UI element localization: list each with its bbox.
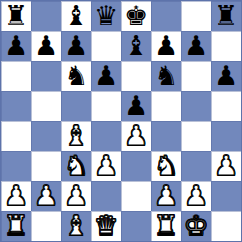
square-d1[interactable]: ♛ bbox=[91, 211, 121, 241]
square-g5[interactable] bbox=[181, 91, 211, 121]
piece-white-pawn: ♟ bbox=[34, 182, 58, 209]
piece-black-queen: ♛ bbox=[94, 2, 118, 29]
square-d4[interactable] bbox=[91, 121, 121, 151]
square-c4[interactable]: ♝ bbox=[61, 121, 91, 151]
square-b5[interactable] bbox=[31, 91, 61, 121]
square-e6[interactable] bbox=[121, 61, 151, 91]
square-h4[interactable] bbox=[211, 121, 241, 151]
piece-black-pawn: ♟ bbox=[64, 32, 88, 59]
square-h5[interactable] bbox=[211, 91, 241, 121]
square-a6[interactable] bbox=[1, 61, 31, 91]
piece-black-rook: ♜ bbox=[4, 2, 28, 29]
square-g7[interactable]: ♟ bbox=[181, 31, 211, 61]
piece-black-knight: ♞ bbox=[64, 62, 88, 89]
piece-black-bishop: ♝ bbox=[124, 32, 148, 59]
chess-board: ♜♝♛♚♜♟♟♟♝♟♟♞♟♞♟♟♝♟♞♟♞♟♟♟♟♟♟♜♝♛♜♚ bbox=[0, 0, 242, 242]
square-d8[interactable]: ♛ bbox=[91, 1, 121, 31]
square-e4[interactable]: ♟ bbox=[121, 121, 151, 151]
square-b2[interactable]: ♟ bbox=[31, 181, 61, 211]
piece-white-knight: ♞ bbox=[154, 152, 178, 179]
square-b1[interactable] bbox=[31, 211, 61, 241]
piece-white-rook: ♜ bbox=[4, 212, 28, 239]
square-a8[interactable]: ♜ bbox=[1, 1, 31, 31]
square-c6[interactable]: ♞ bbox=[61, 61, 91, 91]
square-a2[interactable]: ♟ bbox=[1, 181, 31, 211]
square-a3[interactable] bbox=[1, 151, 31, 181]
square-g3[interactable] bbox=[181, 151, 211, 181]
square-c3[interactable]: ♞ bbox=[61, 151, 91, 181]
square-d5[interactable] bbox=[91, 91, 121, 121]
square-a4[interactable] bbox=[1, 121, 31, 151]
square-g6[interactable] bbox=[181, 61, 211, 91]
square-f5[interactable] bbox=[151, 91, 181, 121]
square-c1[interactable]: ♝ bbox=[61, 211, 91, 241]
piece-white-bishop: ♝ bbox=[64, 122, 88, 149]
square-b6[interactable] bbox=[31, 61, 61, 91]
square-e2[interactable] bbox=[121, 181, 151, 211]
square-c8[interactable]: ♝ bbox=[61, 1, 91, 31]
piece-black-pawn: ♟ bbox=[154, 32, 178, 59]
square-h2[interactable] bbox=[211, 181, 241, 211]
square-f4[interactable] bbox=[151, 121, 181, 151]
piece-white-pawn: ♟ bbox=[184, 182, 208, 209]
piece-white-pawn: ♟ bbox=[124, 122, 148, 149]
square-g8[interactable] bbox=[181, 1, 211, 31]
square-g2[interactable]: ♟ bbox=[181, 181, 211, 211]
square-f2[interactable]: ♟ bbox=[151, 181, 181, 211]
piece-black-pawn: ♟ bbox=[214, 62, 238, 89]
square-b7[interactable]: ♟ bbox=[31, 31, 61, 61]
square-h7[interactable] bbox=[211, 31, 241, 61]
square-h8[interactable]: ♜ bbox=[211, 1, 241, 31]
square-d2[interactable] bbox=[91, 181, 121, 211]
square-e1[interactable] bbox=[121, 211, 151, 241]
square-d6[interactable]: ♟ bbox=[91, 61, 121, 91]
piece-black-king: ♚ bbox=[124, 2, 148, 29]
square-d3[interactable]: ♟ bbox=[91, 151, 121, 181]
piece-white-pawn: ♟ bbox=[4, 182, 28, 209]
square-g4[interactable] bbox=[181, 121, 211, 151]
square-c5[interactable] bbox=[61, 91, 91, 121]
piece-black-pawn: ♟ bbox=[94, 62, 118, 89]
piece-white-pawn: ♟ bbox=[64, 182, 88, 209]
piece-black-rook: ♜ bbox=[214, 2, 238, 29]
square-b8[interactable] bbox=[31, 1, 61, 31]
square-c2[interactable]: ♟ bbox=[61, 181, 91, 211]
square-a5[interactable] bbox=[1, 91, 31, 121]
square-h6[interactable]: ♟ bbox=[211, 61, 241, 91]
square-g1[interactable]: ♚ bbox=[181, 211, 211, 241]
square-e8[interactable]: ♚ bbox=[121, 1, 151, 31]
piece-black-pawn: ♟ bbox=[34, 32, 58, 59]
square-c7[interactable]: ♟ bbox=[61, 31, 91, 61]
square-d7[interactable] bbox=[91, 31, 121, 61]
square-b3[interactable] bbox=[31, 151, 61, 181]
piece-white-pawn: ♟ bbox=[94, 152, 118, 179]
piece-white-bishop: ♝ bbox=[64, 212, 88, 239]
piece-white-queen: ♛ bbox=[94, 212, 118, 239]
piece-white-king: ♚ bbox=[184, 212, 208, 239]
square-e5[interactable]: ♟ bbox=[121, 91, 151, 121]
piece-white-knight: ♞ bbox=[64, 152, 88, 179]
square-e7[interactable]: ♝ bbox=[121, 31, 151, 61]
square-h3[interactable]: ♟ bbox=[211, 151, 241, 181]
piece-black-pawn: ♟ bbox=[124, 92, 148, 119]
square-e3[interactable] bbox=[121, 151, 151, 181]
square-f3[interactable]: ♞ bbox=[151, 151, 181, 181]
square-a1[interactable]: ♜ bbox=[1, 211, 31, 241]
piece-black-pawn: ♟ bbox=[4, 32, 28, 59]
square-f1[interactable]: ♜ bbox=[151, 211, 181, 241]
square-f7[interactable]: ♟ bbox=[151, 31, 181, 61]
square-h1[interactable] bbox=[211, 211, 241, 241]
piece-white-rook: ♜ bbox=[154, 212, 178, 239]
piece-black-bishop: ♝ bbox=[64, 2, 88, 29]
square-f8[interactable] bbox=[151, 1, 181, 31]
piece-black-pawn: ♟ bbox=[184, 32, 208, 59]
square-a7[interactable]: ♟ bbox=[1, 31, 31, 61]
piece-black-knight: ♞ bbox=[154, 62, 178, 89]
square-b4[interactable] bbox=[31, 121, 61, 151]
piece-white-pawn: ♟ bbox=[214, 152, 238, 179]
piece-white-pawn: ♟ bbox=[154, 182, 178, 209]
square-f6[interactable]: ♞ bbox=[151, 61, 181, 91]
